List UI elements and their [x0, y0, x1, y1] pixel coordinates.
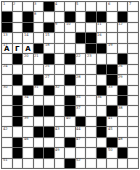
black-cell — [13, 138, 23, 147]
cell-r4c4[interactable]: 18 — [44, 44, 54, 53]
cell-r11c11[interactable] — [118, 117, 128, 126]
cell-r4c1[interactable]: Г — [13, 44, 23, 53]
clue-number: 24 — [3, 64, 8, 68]
cell-r0c11[interactable] — [118, 2, 128, 11]
black-cell — [118, 86, 128, 95]
black-cell — [97, 127, 107, 136]
cell-r5c8[interactable]: 23 — [86, 54, 96, 63]
clue-number: 34 — [24, 95, 29, 99]
clue-number: 14 — [24, 33, 29, 37]
cell-r9c4[interactable] — [44, 96, 54, 105]
cell-r12c1[interactable] — [13, 127, 23, 136]
cell-r15c10[interactable] — [107, 159, 117, 168]
cell-r14c2[interactable] — [23, 148, 33, 157]
black-cell — [76, 33, 86, 42]
clue-number: 42 — [3, 127, 8, 131]
cell-r12c10[interactable]: 45 — [107, 127, 117, 136]
cell-r2c6[interactable]: 10 — [65, 23, 75, 32]
black-cell — [107, 138, 117, 147]
cell-r0c6[interactable] — [65, 2, 75, 11]
black-cell — [97, 12, 107, 21]
cell-r9c7[interactable]: 35 — [76, 96, 86, 105]
cell-r13c3[interactable] — [34, 138, 44, 147]
black-cell — [118, 54, 128, 63]
cell-r9c2[interactable]: 34 — [23, 96, 33, 105]
cell-r8c1[interactable] — [13, 86, 23, 95]
cell-r12c12[interactable] — [128, 127, 138, 136]
cell-r3c3[interactable] — [34, 33, 44, 42]
clue-number: 31 — [34, 85, 39, 89]
cell-r9c3[interactable] — [34, 96, 44, 105]
black-cell — [65, 12, 75, 21]
clue-number: 9 — [55, 22, 57, 26]
cell-r7c5[interactable] — [55, 75, 65, 84]
cell-r2c9[interactable]: 11 — [97, 23, 107, 32]
clue-number: 12 — [118, 22, 123, 26]
black-cell — [76, 117, 86, 126]
cell-r10c2[interactable] — [23, 106, 33, 115]
cell-r2c1[interactable] — [13, 23, 23, 32]
cell-r6c6[interactable] — [65, 65, 75, 74]
cell-r5c2[interactable]: 20 — [23, 54, 33, 63]
cell-r11c2[interactable]: 39 — [23, 117, 33, 126]
cell-r13c2[interactable]: 46 — [23, 138, 33, 147]
clue-number: 30 — [3, 85, 8, 89]
black-cell — [34, 44, 44, 53]
cell-r12c11[interactable] — [118, 127, 128, 136]
cell-r0c3[interactable]: 3 — [34, 2, 44, 11]
cell-r4c5[interactable] — [55, 44, 65, 53]
cell-r8c3[interactable]: 31 — [34, 86, 44, 95]
cell-r6c12[interactable] — [128, 65, 138, 74]
cell-r10c8[interactable] — [86, 106, 96, 115]
clue-number: 41 — [108, 116, 113, 120]
black-cell — [13, 148, 23, 157]
cell-r0c7[interactable]: 5 — [76, 2, 86, 11]
black-cell — [23, 23, 33, 32]
clue-number: 48 — [118, 137, 123, 141]
cell-r7c0[interactable] — [2, 75, 12, 84]
cell-r13c8[interactable] — [86, 138, 96, 147]
clue-number: 33 — [108, 85, 113, 89]
cell-r10c7[interactable]: 37 — [76, 106, 86, 115]
cell-r6c0[interactable]: 24 — [2, 65, 12, 74]
cell-r3c0[interactable]: 13 — [2, 33, 12, 42]
cell-r13c7[interactable]: 47 — [76, 138, 86, 147]
black-cell — [2, 12, 12, 21]
clue-number: 35 — [76, 95, 81, 99]
cell-r9c9[interactable]: 36 — [97, 96, 107, 105]
black-cell — [65, 159, 75, 168]
clue-number: 45 — [108, 127, 113, 131]
clue-number: 40 — [66, 116, 71, 120]
cell-r7c12[interactable] — [128, 75, 138, 84]
cell-r14c8[interactable] — [86, 148, 96, 157]
clue-number: 4 — [55, 2, 57, 6]
cell-r11c10[interactable]: 41 — [107, 117, 117, 126]
cell-r15c0[interactable]: 51 — [2, 159, 12, 168]
cell-r10c11[interactable]: 38 — [118, 106, 128, 115]
black-cell — [107, 106, 117, 115]
cell-r8c0[interactable]: 30 — [2, 86, 12, 95]
cell-r14c6[interactable] — [65, 148, 75, 157]
cell-r15c8[interactable] — [86, 159, 96, 168]
black-cell — [2, 23, 12, 32]
cell-r5c10[interactable] — [107, 54, 117, 63]
cell-r1c7[interactable] — [76, 12, 86, 21]
clue-number: 17 — [3, 43, 8, 47]
cell-r4c7[interactable] — [76, 44, 86, 53]
clue-number: 28 — [76, 75, 81, 79]
clue-number: 47 — [76, 137, 81, 141]
clue-number: 1 — [3, 2, 5, 6]
black-cell — [97, 148, 107, 157]
cell-r13c4[interactable] — [44, 138, 54, 147]
black-cell — [13, 54, 23, 63]
black-cell — [65, 96, 75, 105]
clue-number: 19 — [108, 43, 113, 47]
black-cell — [44, 127, 54, 136]
cell-r10c9[interactable] — [97, 106, 107, 115]
clue-number: 52 — [76, 158, 81, 162]
cell-r11c0[interactable] — [2, 117, 12, 126]
clue-number: 3 — [34, 2, 36, 6]
cell-r3c6[interactable] — [65, 33, 75, 42]
cell-r3c1[interactable] — [13, 33, 23, 42]
black-cell — [13, 75, 23, 84]
cell-r11c4[interactable] — [44, 117, 54, 126]
clue-number: 18 — [45, 43, 50, 47]
cell-r12c0[interactable]: 42 — [2, 127, 12, 136]
cell-r12c5[interactable]: 43 — [55, 127, 65, 136]
cell-r14c7[interactable] — [76, 148, 86, 157]
cell-r4c2[interactable]: А — [23, 44, 33, 53]
clue-number: 49 — [55, 148, 60, 152]
cell-r2c12[interactable] — [128, 23, 138, 32]
clue-number: 43 — [55, 127, 60, 131]
cell-r11c8[interactable] — [86, 117, 96, 126]
cell-r13c5[interactable] — [55, 138, 65, 147]
clue-number: 26 — [118, 64, 123, 68]
clue-number: 44 — [76, 127, 81, 131]
clue-number: 25 — [45, 64, 50, 68]
cell-r0c1[interactable]: 2 — [13, 2, 23, 11]
cell-r4c11[interactable] — [118, 44, 128, 53]
black-cell — [34, 75, 44, 84]
cell-r15c5[interactable] — [55, 159, 65, 168]
cell-r1c12[interactable] — [128, 12, 138, 21]
black-cell — [65, 138, 75, 147]
cell-r6c1[interactable] — [13, 65, 23, 74]
clue-number: 15 — [45, 33, 50, 37]
clue-number: 6 — [108, 2, 110, 6]
black-cell — [44, 106, 54, 115]
black-cell — [107, 75, 117, 84]
cell-r11c5[interactable] — [55, 117, 65, 126]
black-cell — [13, 106, 23, 115]
cell-r0c12[interactable]: 7 — [128, 2, 138, 11]
cell-r6c5[interactable] — [55, 65, 65, 74]
cell-r6c7[interactable] — [76, 65, 86, 74]
cell-r13c9[interactable] — [97, 138, 107, 147]
cell-r8c10[interactable]: 33 — [107, 86, 117, 95]
filled-letter: Г — [13, 45, 23, 54]
cell-r15c1[interactable] — [13, 159, 23, 168]
cell-r9c8[interactable] — [86, 96, 96, 105]
clue-number: 51 — [3, 158, 8, 162]
cell-r7c8[interactable] — [86, 75, 96, 84]
black-cell — [44, 23, 54, 32]
cell-r11c6[interactable]: 40 — [65, 117, 75, 126]
cell-r5c12[interactable] — [128, 54, 138, 63]
clue-number: 13 — [3, 33, 8, 37]
black-cell — [44, 86, 54, 95]
cell-r0c5[interactable]: 4 — [55, 2, 65, 11]
clue-number: 29 — [118, 75, 123, 79]
black-cell — [65, 106, 75, 115]
cell-r6c11[interactable]: 26 — [118, 65, 128, 74]
cell-r15c12[interactable] — [128, 159, 138, 168]
clue-number: 38 — [118, 106, 123, 110]
black-cell — [23, 12, 33, 21]
cell-r0c8[interactable] — [86, 2, 96, 11]
clue-number: 36 — [97, 95, 102, 99]
black-cell — [86, 12, 96, 21]
cell-r0c0[interactable]: 1 — [2, 2, 12, 11]
cell-r6c3[interactable] — [34, 65, 44, 74]
clue-number: 23 — [87, 54, 92, 58]
cell-r4c10[interactable]: 19 — [107, 44, 117, 53]
cell-r14c10[interactable]: 50 — [107, 148, 117, 157]
cell-r7c2[interactable] — [23, 75, 33, 84]
cell-r3c12[interactable] — [128, 33, 138, 42]
cell-r15c3[interactable] — [34, 159, 44, 168]
cell-r5c7[interactable]: 22 — [76, 54, 86, 63]
black-cell — [13, 117, 23, 126]
cell-r2c3[interactable] — [34, 23, 44, 32]
cell-r9c12[interactable] — [128, 96, 138, 105]
cell-r15c7[interactable]: 52 — [76, 159, 86, 168]
cell-r15c4[interactable] — [44, 159, 54, 168]
clue-number: 11 — [97, 22, 102, 26]
cell-r1c3[interactable]: 8 — [34, 12, 44, 21]
cell-r0c10[interactable]: 6 — [107, 2, 117, 11]
cell-r12c7[interactable]: 44 — [76, 127, 86, 136]
cell-r0c9[interactable] — [97, 2, 107, 11]
cell-r12c8[interactable] — [86, 127, 96, 136]
cell-r15c2[interactable] — [23, 159, 33, 168]
cell-r3c2[interactable]: 14 — [23, 33, 33, 42]
cell-r9c0[interactable] — [2, 96, 12, 105]
clue-number: 27 — [45, 75, 50, 79]
cell-r1c4[interactable] — [44, 12, 54, 21]
clue-number: 32 — [55, 85, 60, 89]
clue-number: 10 — [66, 22, 71, 26]
cell-r11c12[interactable] — [128, 117, 138, 126]
black-cell — [97, 86, 107, 95]
cell-r12c2[interactable] — [23, 127, 33, 136]
cell-r5c5[interactable] — [55, 54, 65, 63]
cell-r3c11[interactable] — [118, 33, 128, 42]
cell-r13c0[interactable] — [2, 138, 12, 147]
clue-number: 50 — [108, 148, 113, 152]
cell-r7c7[interactable]: 28 — [76, 75, 86, 84]
cell-r5c3[interactable]: 21 — [34, 54, 44, 63]
cell-r2c8[interactable] — [86, 23, 96, 32]
black-cell — [97, 44, 107, 53]
black-cell — [107, 65, 117, 74]
clue-number: 8 — [34, 12, 36, 16]
crossword-board: 1234567891011121314151617АГА181920212223… — [1, 1, 139, 169]
cell-r12c6[interactable] — [65, 127, 75, 136]
black-cell — [34, 106, 44, 115]
cell-r13c11[interactable]: 48 — [118, 138, 128, 147]
cell-r6c8[interactable] — [86, 65, 96, 74]
black-cell — [44, 2, 54, 11]
cell-r13c12[interactable] — [128, 138, 138, 147]
black-cell — [44, 148, 54, 157]
cell-r14c12[interactable] — [128, 148, 138, 157]
cell-r3c4[interactable]: 15 — [44, 33, 54, 42]
cell-r5c9[interactable] — [97, 54, 107, 63]
cell-r7c9[interactable] — [97, 75, 107, 84]
cell-r10c12[interactable] — [128, 106, 138, 115]
clue-number: 20 — [24, 54, 29, 58]
cell-r5c0[interactable] — [2, 54, 12, 63]
cell-r1c10[interactable] — [107, 12, 117, 21]
cell-r9c10[interactable] — [107, 96, 117, 105]
black-cell — [34, 127, 44, 136]
cell-r4c6[interactable] — [65, 44, 75, 53]
cell-r8c7[interactable] — [76, 86, 86, 95]
cell-r9c5[interactable] — [55, 96, 65, 105]
cell-r4c0[interactable]: 17А — [2, 44, 12, 53]
clue-number: 46 — [24, 137, 29, 141]
black-cell — [65, 75, 75, 84]
cell-r2c11[interactable]: 12 — [118, 23, 128, 32]
clue-number: 22 — [76, 54, 81, 58]
cell-r0c2[interactable] — [23, 2, 33, 11]
cell-r3c10[interactable] — [107, 33, 117, 42]
cell-r14c5[interactable]: 49 — [55, 148, 65, 157]
black-cell — [23, 86, 33, 95]
cell-r6c2[interactable] — [23, 65, 33, 74]
clue-number: 37 — [76, 106, 81, 110]
black-cell — [44, 54, 54, 63]
cell-r8c12[interactable] — [128, 86, 138, 95]
clue-number: 39 — [24, 116, 29, 120]
black-cell — [86, 44, 96, 53]
cell-r2c5[interactable]: 9 — [55, 23, 65, 32]
clue-number: 16 — [97, 33, 102, 37]
cell-r7c4[interactable]: 27 — [44, 75, 54, 84]
cell-r15c11[interactable] — [118, 159, 128, 168]
black-cell — [118, 148, 128, 157]
black-cell — [65, 54, 75, 63]
cell-r15c9[interactable] — [97, 159, 107, 168]
cell-r10c0[interactable] — [2, 106, 12, 115]
black-cell — [86, 33, 96, 42]
cell-r1c5[interactable] — [55, 12, 65, 21]
black-cell — [13, 96, 23, 105]
cell-r2c10[interactable] — [107, 23, 117, 32]
cell-r11c3[interactable] — [34, 117, 44, 126]
black-cell — [118, 12, 128, 21]
cell-r7c11[interactable]: 29 — [118, 75, 128, 84]
black-cell — [97, 65, 107, 74]
cell-r10c5[interactable] — [55, 106, 65, 115]
cell-r8c8[interactable] — [86, 86, 96, 95]
cell-r6c4[interactable]: 25 — [44, 65, 54, 74]
cell-r8c6[interactable] — [65, 86, 75, 95]
cell-r8c5[interactable]: 32 — [55, 86, 65, 95]
cell-r14c0[interactable] — [2, 148, 12, 157]
black-cell — [97, 117, 107, 126]
clue-number: 5 — [76, 2, 78, 6]
cell-r2c7[interactable] — [76, 23, 86, 32]
cell-r1c1[interactable] — [13, 12, 23, 21]
cell-r3c9[interactable]: 16 — [97, 33, 107, 42]
filled-letter: А — [23, 45, 33, 54]
clue-number: 2 — [13, 2, 15, 6]
cell-r4c12[interactable] — [128, 44, 138, 53]
cell-r3c5[interactable] — [55, 33, 65, 42]
black-cell — [118, 96, 128, 105]
clue-number: 21 — [34, 54, 39, 58]
clue-number: 7 — [129, 2, 131, 6]
filled-letter: А — [2, 45, 12, 54]
black-cell — [34, 148, 44, 157]
